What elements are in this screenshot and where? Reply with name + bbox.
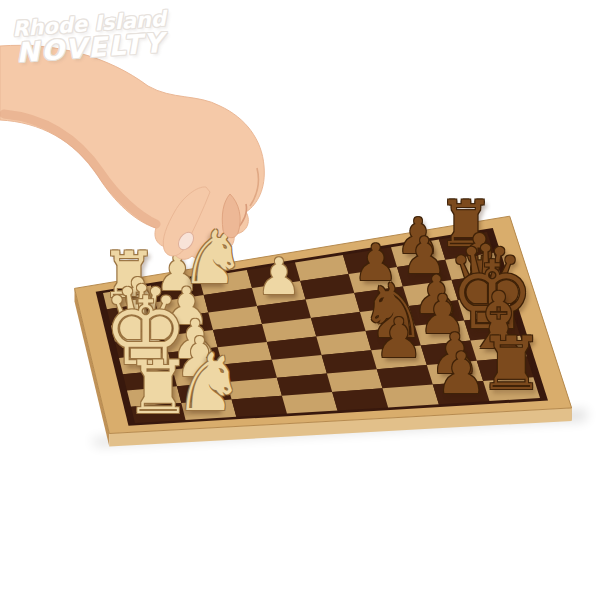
pinching-fingers [0, 0, 600, 600]
product-photo: Rhode Island NOVELTY ♜♟♟♜♟♟♟♝♟♝♛♟♛♚♟♞♟♚♟… [0, 0, 600, 600]
thumb [222, 194, 240, 238]
